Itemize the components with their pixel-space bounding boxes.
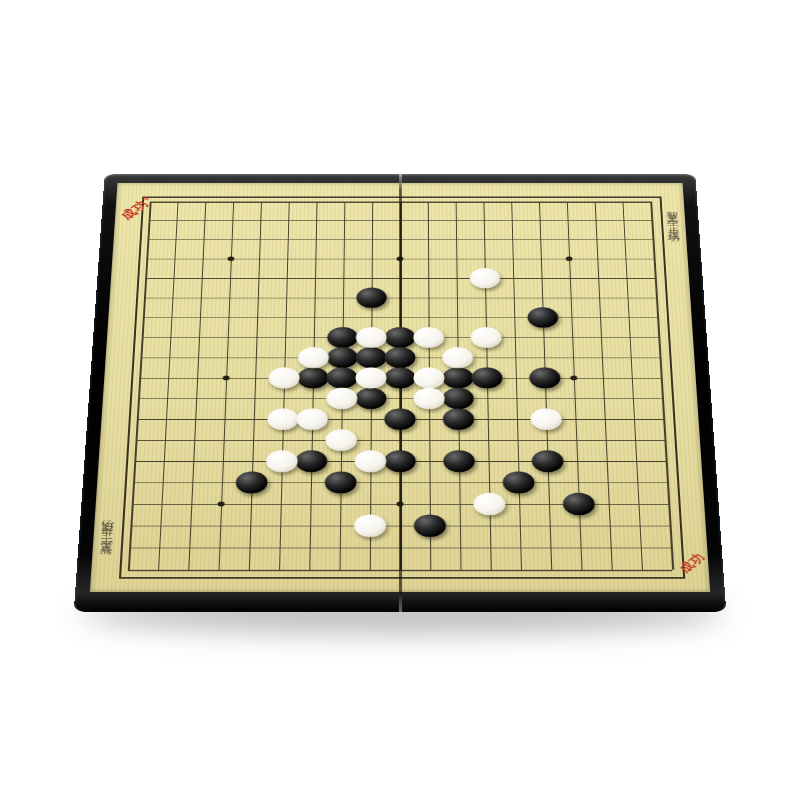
brand-logo-text: 成功 xyxy=(675,550,708,574)
black-stone xyxy=(355,388,386,409)
white-stone xyxy=(442,347,473,368)
white-stone xyxy=(471,327,502,348)
black-stone xyxy=(384,367,415,388)
white-stone xyxy=(414,388,445,409)
white-stone xyxy=(413,327,444,348)
grid-line-vertical xyxy=(511,202,522,570)
white-stone xyxy=(470,268,501,288)
grid-line-vertical xyxy=(158,202,178,570)
black-stone xyxy=(327,347,358,368)
black-stone xyxy=(384,408,415,430)
black-stone xyxy=(443,408,475,430)
star-point xyxy=(217,501,224,506)
black-stone xyxy=(532,450,564,472)
grid-line-vertical xyxy=(595,202,613,570)
board-fold-seam xyxy=(398,174,401,612)
black-stone xyxy=(471,367,502,388)
grid-line-vertical xyxy=(188,202,206,570)
black-stone xyxy=(356,288,387,308)
white-stone xyxy=(326,388,357,409)
white-stone xyxy=(473,493,505,515)
black-stone xyxy=(235,471,267,493)
white-stone xyxy=(298,347,329,368)
black-stone xyxy=(295,450,327,472)
black-stone xyxy=(297,367,328,388)
white-stone xyxy=(355,450,387,472)
black-stone xyxy=(326,367,357,388)
white-stone xyxy=(325,429,357,451)
black-stone xyxy=(563,493,596,515)
black-stone xyxy=(503,471,535,493)
black-stone xyxy=(356,347,387,368)
white-stone xyxy=(355,367,386,388)
black-stone xyxy=(325,471,357,493)
star-point xyxy=(570,376,577,381)
grid-line-vertical xyxy=(650,202,674,570)
black-stone xyxy=(414,514,446,537)
product-photo-stage: 成功® 成功 智慧人生 步步成功 智慧人生 步步成功 xyxy=(0,0,800,800)
black-stone xyxy=(442,367,473,388)
star-point xyxy=(227,256,234,261)
black-stone xyxy=(385,347,416,368)
go-board: 成功® 成功 智慧人生 步步成功 智慧人生 步步成功 xyxy=(74,174,726,612)
black-stone xyxy=(443,450,475,472)
brand-logo-bottom-right: 成功 xyxy=(675,550,709,575)
slogan-right-margin: 智慧人生 步步成功 xyxy=(663,205,681,230)
black-stone xyxy=(529,367,561,388)
white-stone xyxy=(268,367,300,388)
black-stone xyxy=(527,307,558,328)
slogan-left-margin: 智慧人生 步步成功 xyxy=(97,533,117,562)
star-point xyxy=(223,376,230,381)
star-point xyxy=(566,256,573,261)
black-stone xyxy=(327,327,358,348)
grid-line-vertical xyxy=(622,202,643,570)
white-stone xyxy=(354,514,386,537)
white-stone xyxy=(356,327,387,348)
white-stone xyxy=(413,367,444,388)
grid-line-vertical xyxy=(249,202,262,570)
white-stone xyxy=(296,408,328,430)
white-stone xyxy=(530,408,562,430)
black-stone xyxy=(384,450,416,472)
white-stone xyxy=(266,450,298,472)
black-stone xyxy=(443,388,474,409)
grid-line-vertical xyxy=(128,202,152,570)
black-stone xyxy=(385,327,416,348)
white-stone xyxy=(267,408,299,430)
